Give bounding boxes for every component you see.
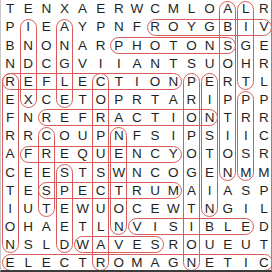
grid-cell[interactable]: S	[237, 181, 255, 199]
grid-cell[interactable]: R	[110, 0, 128, 18]
grid-cell[interactable]: C	[128, 109, 146, 127]
grid-cell[interactable]: E	[255, 36, 272, 54]
grid-cell[interactable]: W	[74, 199, 92, 217]
grid-cell[interactable]: A	[37, 218, 55, 236]
grid-cell[interactable]: S	[237, 145, 255, 163]
grid-cell[interactable]: T	[74, 163, 92, 181]
grid-cell[interactable]: N	[19, 36, 37, 54]
grid-cell[interactable]: M	[237, 163, 255, 181]
grid-cell[interactable]: E	[200, 254, 218, 272]
grid-cell[interactable]: A	[219, 0, 237, 18]
grid-cell[interactable]: C	[128, 199, 146, 217]
grid-cell[interactable]: R	[92, 109, 110, 127]
grid-cell[interactable]: I	[182, 218, 200, 236]
grid-cell[interactable]: E	[146, 199, 164, 217]
grid-cell[interactable]: C	[146, 163, 164, 181]
grid-cell[interactable]: L	[219, 218, 237, 236]
grid-cell[interactable]: N	[110, 18, 128, 36]
grid-cell[interactable]: W	[110, 163, 128, 181]
grid-cell[interactable]: V	[128, 218, 146, 236]
grid-cell[interactable]: O	[55, 127, 73, 145]
grid-cell[interactable]: T	[74, 218, 92, 236]
grid-cell[interactable]: A	[55, 18, 73, 36]
grid-cell[interactable]: N	[200, 109, 218, 127]
grid-cell[interactable]: T	[200, 145, 218, 163]
grid-cell[interactable]: O	[219, 54, 237, 72]
grid-cell[interactable]: F	[37, 73, 55, 91]
grid-cell[interactable]: U	[74, 127, 92, 145]
grid-cell[interactable]: N	[1, 236, 19, 254]
grid-cell[interactable]: R	[1, 127, 19, 145]
grid-cell[interactable]: R	[128, 91, 146, 109]
grid-cell[interactable]: C	[146, 145, 164, 163]
grid-cell[interactable]: R	[255, 145, 272, 163]
grid-cell[interactable]: A	[74, 36, 92, 54]
grid-cell[interactable]: B	[219, 18, 237, 36]
grid-cell[interactable]: P	[219, 91, 237, 109]
grid-cell[interactable]: X	[55, 0, 73, 18]
grid-cell[interactable]: I	[19, 18, 37, 36]
grid-cell[interactable]: T	[110, 181, 128, 199]
grid-cell[interactable]: E	[19, 181, 37, 199]
grid-cell[interactable]: L	[37, 236, 55, 254]
grid-cell[interactable]: F	[1, 109, 19, 127]
grid-cell[interactable]: S	[92, 163, 110, 181]
grid-cell[interactable]: V	[110, 236, 128, 254]
grid-cell[interactable]: A	[110, 109, 128, 127]
grid-cell[interactable]: I	[200, 181, 218, 199]
grid-cell[interactable]: I	[237, 199, 255, 217]
grid-cell[interactable]: R	[92, 254, 110, 272]
grid-cell[interactable]: E	[55, 199, 73, 217]
grid-cell[interactable]: N	[200, 199, 218, 217]
grid-cell[interactable]: C	[92, 73, 110, 91]
grid-cell[interactable]: C	[255, 127, 272, 145]
grid-cell[interactable]: E	[237, 218, 255, 236]
grid-cell[interactable]: T	[219, 254, 237, 272]
grid-cell[interactable]: G	[55, 54, 73, 72]
grid-cell[interactable]: P	[110, 36, 128, 54]
grid-cell[interactable]: A	[182, 181, 200, 199]
grid-cell[interactable]: O	[182, 109, 200, 127]
grid-cell[interactable]: R	[37, 145, 55, 163]
grid-cell[interactable]: E	[55, 218, 73, 236]
grid-cell[interactable]: B	[200, 218, 218, 236]
grid-cell[interactable]: N	[200, 36, 218, 54]
grid-cell[interactable]: O	[146, 36, 164, 54]
grid-cell[interactable]: E	[19, 0, 37, 18]
grid-cell[interactable]: O	[219, 145, 237, 163]
grid-cell[interactable]: O	[1, 218, 19, 236]
grid-cell[interactable]: R	[255, 0, 272, 18]
grid-cell[interactable]: W	[164, 199, 182, 217]
grid-cell[interactable]: X	[19, 91, 37, 109]
grid-cell[interactable]: E	[37, 254, 55, 272]
grid-cell[interactable]: E	[19, 163, 37, 181]
grid-cell[interactable]: E	[110, 145, 128, 163]
grid-cell[interactable]: I	[219, 127, 237, 145]
grid-cell[interactable]: P	[182, 73, 200, 91]
grid-cell[interactable]: D	[55, 236, 73, 254]
grid-cell[interactable]: E	[37, 163, 55, 181]
grid-cell[interactable]: S	[146, 127, 164, 145]
grid-cell[interactable]: M	[164, 181, 182, 199]
grid-cell[interactable]: N	[1, 54, 19, 72]
grid-cell[interactable]: R	[92, 36, 110, 54]
grid-cell[interactable]: T	[74, 91, 92, 109]
grid-cell[interactable]: O	[92, 91, 110, 109]
grid-cell[interactable]: B	[1, 36, 19, 54]
grid-cell[interactable]: E	[37, 18, 55, 36]
grid-cell[interactable]: S	[55, 163, 73, 181]
grid-cell[interactable]: R	[255, 109, 272, 127]
grid-cell[interactable]: U	[146, 181, 164, 199]
grid-cell[interactable]: N	[37, 0, 55, 18]
grid-cell[interactable]: E	[74, 73, 92, 91]
grid-cell[interactable]: I	[237, 18, 255, 36]
grid-cell[interactable]: D	[19, 54, 37, 72]
grid-cell[interactable]: T	[146, 91, 164, 109]
grid-cell[interactable]: C	[1, 163, 19, 181]
grid-cell[interactable]: L	[255, 199, 272, 217]
grid-cell[interactable]: R	[255, 54, 272, 72]
grid-cell[interactable]: N	[128, 145, 146, 163]
grid-cell[interactable]: T	[164, 54, 182, 72]
grid-cell[interactable]: O	[146, 73, 164, 91]
grid-cell[interactable]: A	[146, 254, 164, 272]
grid-cell[interactable]: C	[255, 254, 272, 272]
grid-cell[interactable]: P	[92, 18, 110, 36]
grid-cell[interactable]: M	[128, 254, 146, 272]
grid-cell[interactable]: N	[164, 73, 182, 91]
word-search-board: TENXAERWCMLOALRPIEAYPNFROYGBIVBNONARPHOT…	[0, 0, 272, 272]
grid-cell[interactable]: H	[19, 218, 37, 236]
grid-cell[interactable]: E	[219, 236, 237, 254]
grid-cell[interactable]: O	[164, 18, 182, 36]
grid-cell[interactable]: U	[92, 199, 110, 217]
grid-cell[interactable]: I	[164, 127, 182, 145]
grid-cell[interactable]: R	[146, 18, 164, 36]
grid-cell[interactable]: T	[164, 36, 182, 54]
grid-cell[interactable]: M	[164, 0, 182, 18]
grid-cell[interactable]: R	[237, 109, 255, 127]
grid-cell[interactable]: E	[92, 0, 110, 18]
grid-cell[interactable]: T	[110, 73, 128, 91]
grid-cell[interactable]: T	[1, 0, 19, 18]
grid-cell[interactable]: E	[74, 181, 92, 199]
grid-cell[interactable]: T	[1, 181, 19, 199]
grid-cell[interactable]: O	[200, 0, 218, 18]
grid-cell[interactable]: P	[1, 18, 19, 36]
grid-cell[interactable]: O	[182, 236, 200, 254]
grid-cell[interactable]: E	[19, 73, 37, 91]
grid-cell[interactable]: E	[200, 163, 218, 181]
grid-cell[interactable]: G	[182, 163, 200, 181]
grid-cell[interactable]: R	[37, 109, 55, 127]
grid-cell[interactable]: P	[92, 127, 110, 145]
grid-cell[interactable]: T	[237, 73, 255, 91]
grid-cell[interactable]: L	[255, 73, 272, 91]
grid-cell[interactable]: A	[92, 236, 110, 254]
grid-cell[interactable]: C	[146, 0, 164, 18]
grid-cell[interactable]: L	[19, 254, 37, 272]
grid-cell[interactable]: T	[146, 109, 164, 127]
grid-cell[interactable]: P	[110, 91, 128, 109]
grid-cell[interactable]: U	[92, 145, 110, 163]
grid-cell[interactable]: Y	[74, 18, 92, 36]
grid-cell[interactable]: P	[255, 181, 272, 199]
grid-cell[interactable]: F	[19, 145, 37, 163]
grid-cell[interactable]: O	[182, 36, 200, 54]
grid-cell[interactable]: S	[37, 181, 55, 199]
grid-cell[interactable]: N	[219, 163, 237, 181]
grid-cell[interactable]: E	[1, 254, 19, 272]
grid-cell[interactable]: F	[128, 18, 146, 36]
grid-cell[interactable]: L	[92, 218, 110, 236]
grid-cell[interactable]: A	[219, 181, 237, 199]
grid-cell[interactable]: E	[200, 73, 218, 91]
grid-cell[interactable]: R	[128, 181, 146, 199]
grid-cell[interactable]: E	[55, 91, 73, 109]
grid-cell[interactable]: P	[55, 181, 73, 199]
grid-cell[interactable]: U	[200, 54, 218, 72]
grid-cell[interactable]: N	[182, 254, 200, 272]
grid-cell[interactable]: N	[19, 109, 37, 127]
grid-cell[interactable]: G	[219, 199, 237, 217]
grid-cell[interactable]: O	[110, 254, 128, 272]
grid-cell[interactable]: Q	[74, 145, 92, 163]
grid-cell[interactable]: I	[200, 91, 218, 109]
grid-cell[interactable]: V	[255, 18, 272, 36]
grid-cell[interactable]: H	[128, 36, 146, 54]
grid-cell[interactable]: C	[92, 181, 110, 199]
grid-cell[interactable]: I	[237, 127, 255, 145]
grid-cell[interactable]: O	[37, 36, 55, 54]
grid-cell[interactable]: P	[182, 127, 200, 145]
grid-cell[interactable]: L	[55, 73, 73, 91]
grid-cell[interactable]: A	[164, 91, 182, 109]
grid-cell[interactable]: S	[200, 127, 218, 145]
grid-cell[interactable]: A	[74, 0, 92, 18]
letter-grid: TENXAERWCMLOALRPIEAYPNFROYGBIVBNONARPHOT…	[1, 0, 272, 272]
grid-cell[interactable]: N	[146, 54, 164, 72]
grid-cell[interactable]: O	[164, 163, 182, 181]
grid-cell[interactable]: I	[237, 254, 255, 272]
grid-cell[interactable]: Y	[182, 18, 200, 36]
grid-cell[interactable]: I	[128, 73, 146, 91]
grid-cell[interactable]: I	[110, 54, 128, 72]
grid-cell[interactable]: D	[255, 218, 272, 236]
grid-cell[interactable]: T	[74, 254, 92, 272]
grid-cell[interactable]: O	[110, 199, 128, 217]
grid-cell[interactable]: I	[92, 54, 110, 72]
grid-cell[interactable]: G	[164, 254, 182, 272]
grid-cell[interactable]: E	[55, 145, 73, 163]
grid-cell[interactable]: U	[19, 199, 37, 217]
grid-cell[interactable]: T	[255, 236, 272, 254]
grid-cell[interactable]: Y	[164, 145, 182, 163]
grid-cell[interactable]: C	[37, 54, 55, 72]
grid-cell[interactable]: W	[74, 236, 92, 254]
grid-cell[interactable]: T	[37, 199, 55, 217]
grid-cell[interactable]: C	[37, 127, 55, 145]
grid-cell[interactable]: G	[237, 36, 255, 54]
grid-cell[interactable]: E	[1, 91, 19, 109]
grid-cell[interactable]: E	[55, 109, 73, 127]
grid-cell[interactable]: T	[219, 109, 237, 127]
grid-cell[interactable]: A	[1, 145, 19, 163]
grid-cell[interactable]: O	[182, 145, 200, 163]
grid-cell[interactable]: P	[255, 91, 272, 109]
grid-cell[interactable]: N	[128, 163, 146, 181]
grid-cell[interactable]: I	[1, 199, 19, 217]
grid-cell[interactable]: V	[74, 54, 92, 72]
grid-cell[interactable]: N	[55, 36, 73, 54]
grid-cell[interactable]: A	[128, 54, 146, 72]
grid-cell[interactable]: S	[164, 218, 182, 236]
grid-cell[interactable]: S	[146, 236, 164, 254]
grid-cell[interactable]: N	[110, 218, 128, 236]
grid-cell[interactable]: W	[128, 0, 146, 18]
grid-cell[interactable]: R	[164, 236, 182, 254]
grid-cell[interactable]: P	[237, 91, 255, 109]
grid-cell[interactable]: L	[237, 0, 255, 18]
grid-cell[interactable]: N	[110, 127, 128, 145]
grid-cell[interactable]: T	[182, 199, 200, 217]
grid-cell[interactable]: E	[128, 236, 146, 254]
grid-cell[interactable]: U	[237, 236, 255, 254]
grid-cell[interactable]: I	[164, 109, 182, 127]
grid-cell[interactable]: L	[182, 0, 200, 18]
grid-cell[interactable]: S	[219, 36, 237, 54]
grid-cell[interactable]: S	[182, 54, 200, 72]
grid-cell[interactable]: C	[37, 91, 55, 109]
grid-cell[interactable]: C	[55, 254, 73, 272]
grid-cell[interactable]: S	[19, 236, 37, 254]
grid-cell[interactable]: U	[200, 236, 218, 254]
grid-cell[interactable]: H	[237, 54, 255, 72]
grid-cell[interactable]: R	[182, 91, 200, 109]
grid-cell[interactable]: F	[74, 109, 92, 127]
grid-cell[interactable]: F	[128, 127, 146, 145]
grid-cell[interactable]: M	[255, 163, 272, 181]
grid-cell[interactable]: R	[219, 73, 237, 91]
grid-cell[interactable]: R	[1, 73, 19, 91]
grid-cell[interactable]: I	[146, 218, 164, 236]
grid-cell[interactable]: R	[19, 127, 37, 145]
grid-cell[interactable]: G	[200, 18, 218, 36]
